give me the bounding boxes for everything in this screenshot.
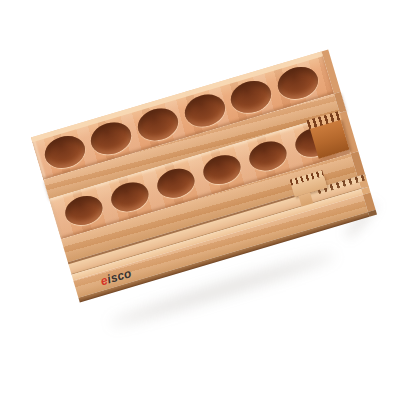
pit-back-5[interactable] xyxy=(227,76,275,117)
pit-back-2[interactable] xyxy=(87,118,135,159)
mancala-board: eisco xyxy=(31,50,377,303)
pit-front-5[interactable] xyxy=(246,137,290,175)
pit-front-2[interactable] xyxy=(108,178,152,216)
product-photo-stage: eisco xyxy=(0,0,400,400)
pit-back-3[interactable] xyxy=(134,104,182,145)
pit-front-3[interactable] xyxy=(154,164,198,202)
pit-back-4[interactable] xyxy=(181,90,229,131)
pit-front-4[interactable] xyxy=(200,151,244,189)
pit-back-6[interactable] xyxy=(274,62,322,103)
pit-back-1[interactable] xyxy=(41,131,89,172)
pit-front-1[interactable] xyxy=(62,192,106,230)
